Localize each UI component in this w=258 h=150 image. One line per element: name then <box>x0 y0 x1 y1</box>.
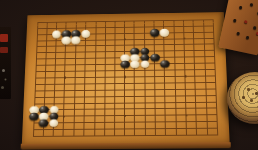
board-point[interactable] <box>160 61 170 67</box>
stone-white <box>140 60 149 68</box>
screen <box>0 0 258 150</box>
board-point[interactable] <box>110 132 120 139</box>
box-speckles <box>2 69 5 72</box>
board-point[interactable] <box>61 37 71 43</box>
peg <box>257 12 258 16</box>
peg <box>253 26 257 30</box>
board-point[interactable] <box>58 133 68 140</box>
board-point[interactable] <box>28 133 38 140</box>
board-point[interactable] <box>39 120 49 127</box>
board-point[interactable] <box>213 132 224 139</box>
box-with-red-label <box>0 27 11 99</box>
board-point[interactable] <box>202 132 213 139</box>
board-point[interactable] <box>130 61 140 67</box>
board-point[interactable] <box>29 113 39 120</box>
box-red-label <box>0 34 8 42</box>
go-board <box>22 12 230 145</box>
stone-white <box>160 29 169 37</box>
board-point[interactable] <box>161 132 171 139</box>
board-point[interactable] <box>192 132 203 139</box>
board-point[interactable] <box>99 133 109 140</box>
board-point[interactable] <box>49 120 59 127</box>
box-red-label-2 <box>0 47 8 53</box>
peg <box>256 32 258 36</box>
board-point[interactable] <box>140 61 150 67</box>
board-point[interactable] <box>48 133 58 140</box>
board-point[interactable] <box>120 61 130 67</box>
peg <box>236 32 240 36</box>
peg <box>239 5 243 9</box>
board-point[interactable] <box>69 133 79 140</box>
stone-black <box>150 54 159 62</box>
basket-weave-texture <box>227 72 258 124</box>
board-point[interactable] <box>120 132 130 139</box>
stone-white <box>130 60 139 68</box>
stone-black <box>160 60 169 68</box>
board-point[interactable] <box>150 54 160 60</box>
basket-stones <box>247 88 250 91</box>
board-point[interactable] <box>159 30 169 36</box>
board-point[interactable] <box>151 132 161 139</box>
board-point[interactable] <box>150 30 160 36</box>
board-point[interactable] <box>52 31 62 37</box>
peg <box>250 3 254 7</box>
board-point[interactable] <box>89 133 99 140</box>
peg-board <box>218 0 258 56</box>
stone-black <box>120 60 129 68</box>
board-point[interactable] <box>130 132 140 139</box>
stone-basket <box>227 72 258 124</box>
board-point[interactable] <box>79 133 89 140</box>
board-point[interactable] <box>140 132 150 139</box>
board-grid <box>28 17 223 140</box>
peg <box>244 20 248 24</box>
board-point[interactable] <box>81 31 91 37</box>
peg <box>246 35 250 39</box>
board-point[interactable] <box>171 132 182 139</box>
stone-black <box>150 29 159 37</box>
board-point[interactable] <box>182 132 193 139</box>
board-point[interactable] <box>38 133 48 140</box>
board-point[interactable] <box>71 37 81 43</box>
peg <box>233 18 237 22</box>
